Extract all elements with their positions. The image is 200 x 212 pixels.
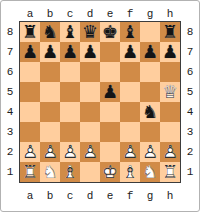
rank-label-3: 3 [1,122,19,142]
piece-white-pawn: ♟♙ [140,142,160,162]
square-a7[interactable]: ♟ [20,42,40,62]
piece-white-pawn: ♟♙ [20,142,40,162]
square-e2[interactable] [100,142,120,162]
square-c2[interactable]: ♟♙ [60,142,80,162]
square-f2[interactable]: ♟♙ [120,142,140,162]
file-label-c: c [60,183,80,211]
square-d1[interactable] [80,162,100,182]
piece-black-pawn: ♟ [80,42,100,62]
square-b2[interactable]: ♟♙ [40,142,60,162]
rank-label-6: 6 [1,62,19,82]
square-c1[interactable]: ♝♗ [60,162,80,182]
square-e1[interactable]: ♚♔ [100,162,120,182]
square-f3[interactable] [120,122,140,142]
file-label-h: h [160,183,180,211]
square-b4[interactable] [40,102,60,122]
piece-white-knight: ♞♘ [140,162,160,182]
piece-black-rook: ♜ [20,22,40,42]
piece-black-pawn: ♟ [40,42,60,62]
square-e4[interactable] [100,102,120,122]
square-h7[interactable]: ♟ [160,42,180,62]
piece-black-bishop: ♝ [120,22,140,42]
square-g5[interactable] [140,82,160,102]
file-labels-bottom: abcdefgh [1,183,199,211]
square-h1[interactable]: ♜♖ [160,162,180,182]
piece-white-knight: ♞♘ [40,162,60,182]
square-c5[interactable] [60,82,80,102]
piece-white-pawn: ♟♙ [160,142,180,162]
piece-white-pawn: ♟♙ [120,142,140,162]
square-h2[interactable]: ♟♙ [160,142,180,162]
rank-label-4: 4 [1,102,19,122]
piece-black-queen: ♛ [80,22,100,42]
rank-label-1: 1 [181,162,199,182]
square-b8[interactable]: ♞ [40,22,60,42]
square-g3[interactable] [140,122,160,142]
square-c3[interactable] [60,122,80,142]
square-e7[interactable] [100,42,120,62]
piece-black-king: ♚ [100,22,120,42]
square-g2[interactable]: ♟♙ [140,142,160,162]
corner-spacer [1,183,20,211]
piece-white-pawn: ♟♙ [40,142,60,162]
square-f4[interactable] [120,102,140,122]
rank-label-5: 5 [1,82,19,102]
piece-white-bishop: ♝♗ [120,162,140,182]
square-c7[interactable]: ♟ [60,42,80,62]
piece-black-pawn: ♟ [120,42,140,62]
square-b1[interactable]: ♞♘ [40,162,60,182]
square-h8[interactable]: ♜ [160,22,180,42]
square-e6[interactable] [100,62,120,82]
square-b7[interactable]: ♟ [40,42,60,62]
square-c8[interactable]: ♝ [60,22,80,42]
square-b3[interactable] [40,122,60,142]
square-g1[interactable]: ♞♘ [140,162,160,182]
piece-black-bishop: ♝ [60,22,80,42]
rank-label-7: 7 [1,42,19,62]
square-g7[interactable]: ♟ [140,42,160,62]
file-label-e: e [100,183,120,211]
square-f5[interactable] [120,82,140,102]
file-labels-top: abcdefgh [1,1,199,21]
piece-black-knight: ♞ [140,102,160,122]
square-a3[interactable] [20,122,40,142]
piece-white-queen: ♛♕ [160,82,180,102]
square-f6[interactable] [120,62,140,82]
rank-label-6: 6 [181,62,199,82]
square-a4[interactable] [20,102,40,122]
rank-label-4: 4 [181,102,199,122]
square-f1[interactable]: ♝♗ [120,162,140,182]
chess-diagram: abcdefgh 87654321 ♜♞♝♛♚♝♜♟♟♟♟♟♟♟♟♛♕♞♟♙♟♙… [0,0,200,212]
rank-label-8: 8 [181,22,199,42]
square-g4[interactable]: ♞ [140,102,160,122]
rank-label-8: 8 [1,22,19,42]
rank-label-5: 5 [181,82,199,102]
square-a5[interactable] [20,82,40,102]
piece-white-rook: ♜♖ [20,162,40,182]
square-f8[interactable]: ♝ [120,22,140,42]
rank-label-3: 3 [181,122,199,142]
piece-white-rook: ♜♖ [160,162,180,182]
square-d8[interactable]: ♛ [80,22,100,42]
rank-label-1: 1 [1,162,19,182]
rank-label-7: 7 [181,42,199,62]
file-label-a: a [20,183,40,211]
square-c6[interactable] [60,62,80,82]
square-h5[interactable]: ♛♕ [160,82,180,102]
file-label-b: b [40,183,60,211]
square-b6[interactable] [40,62,60,82]
piece-black-pawn: ♟ [100,82,120,102]
square-e3[interactable] [100,122,120,142]
rank-labels-left: 87654321 [1,21,19,183]
square-d4[interactable] [80,102,100,122]
square-a8[interactable]: ♜ [20,22,40,42]
square-g8[interactable] [140,22,160,42]
rank-labels-right: 87654321 [181,21,199,183]
piece-black-knight: ♞ [40,22,60,42]
square-g6[interactable] [140,62,160,82]
rank-label-2: 2 [181,142,199,162]
square-d3[interactable] [80,122,100,142]
piece-black-pawn: ♟ [60,42,80,62]
file-label-g: g [140,183,160,211]
square-e5[interactable]: ♟ [100,82,120,102]
rank-label-2: 2 [1,142,19,162]
square-h6[interactable] [160,62,180,82]
square-b5[interactable] [40,82,60,102]
square-h4[interactable] [160,102,180,122]
file-label-d: d [80,183,100,211]
chess-board: ♜♞♝♛♚♝♜♟♟♟♟♟♟♟♟♛♕♞♟♙♟♙♟♙♟♙♟♙♟♙♟♙♜♖♞♘♝♗♚♔… [19,21,181,183]
square-d7[interactable]: ♟ [80,42,100,62]
square-c4[interactable] [60,102,80,122]
piece-white-pawn: ♟♙ [80,142,100,162]
piece-white-bishop: ♝♗ [60,162,80,182]
square-d5[interactable] [80,82,100,102]
square-e8[interactable]: ♚ [100,22,120,42]
square-h3[interactable] [160,122,180,142]
piece-white-king: ♚♔ [100,162,120,182]
piece-black-pawn: ♟ [160,42,180,62]
piece-black-pawn: ♟ [140,42,160,62]
square-d6[interactable] [80,62,100,82]
square-a6[interactable] [20,62,40,82]
file-label-f: f [120,183,140,211]
square-d2[interactable]: ♟♙ [80,142,100,162]
piece-black-rook: ♜ [160,22,180,42]
square-a2[interactable]: ♟♙ [20,142,40,162]
square-f7[interactable]: ♟ [120,42,140,62]
corner-spacer [180,183,199,211]
piece-white-pawn: ♟♙ [60,142,80,162]
piece-black-pawn: ♟ [20,42,40,62]
square-a1[interactable]: ♜♖ [20,162,40,182]
